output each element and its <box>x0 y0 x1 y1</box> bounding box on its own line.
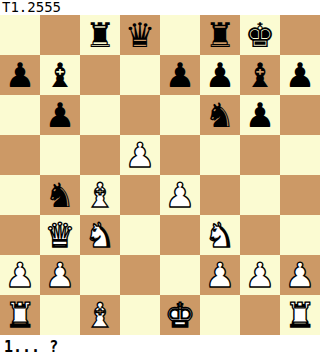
black-bishop-piece: ♝ <box>45 55 75 95</box>
square-e2[interactable] <box>160 255 200 295</box>
square-a7[interactable]: ♟ <box>0 55 40 95</box>
square-b2[interactable]: ♟ <box>40 255 80 295</box>
square-c4[interactable]: ♝ <box>80 175 120 215</box>
square-a1[interactable]: ♜ <box>0 295 40 335</box>
square-c2[interactable] <box>80 255 120 295</box>
white-rook-piece: ♜ <box>285 295 315 335</box>
square-a3[interactable] <box>0 215 40 255</box>
square-f3[interactable]: ♞ <box>200 215 240 255</box>
square-a4[interactable] <box>0 175 40 215</box>
white-knight-piece: ♞ <box>205 215 235 255</box>
square-h3[interactable] <box>280 215 320 255</box>
square-h8[interactable] <box>280 15 320 55</box>
square-d6[interactable] <box>120 95 160 135</box>
black-queen-piece: ♛ <box>125 15 155 55</box>
square-b5[interactable] <box>40 135 80 175</box>
square-b6[interactable]: ♟ <box>40 95 80 135</box>
move-prompt: 1... ? <box>0 335 320 360</box>
square-a2[interactable]: ♟ <box>0 255 40 295</box>
square-b4[interactable]: ♞ <box>40 175 80 215</box>
white-pawn-piece: ♟ <box>285 255 315 295</box>
square-f4[interactable] <box>200 175 240 215</box>
puzzle-title: T1.2555 <box>0 0 320 15</box>
white-king-piece: ♚ <box>165 295 195 335</box>
white-pawn-piece: ♟ <box>165 175 195 215</box>
square-d2[interactable] <box>120 255 160 295</box>
black-pawn-piece: ♟ <box>245 95 275 135</box>
square-a6[interactable] <box>0 95 40 135</box>
square-f1[interactable] <box>200 295 240 335</box>
black-pawn-piece: ♟ <box>285 55 315 95</box>
white-pawn-piece: ♟ <box>125 135 155 175</box>
square-e4[interactable]: ♟ <box>160 175 200 215</box>
square-e1[interactable]: ♚ <box>160 295 200 335</box>
white-pawn-piece: ♟ <box>45 255 75 295</box>
white-bishop-piece: ♝ <box>85 295 115 335</box>
black-pawn-piece: ♟ <box>205 55 235 95</box>
white-knight-piece: ♞ <box>85 215 115 255</box>
square-d8[interactable]: ♛ <box>120 15 160 55</box>
square-d4[interactable] <box>120 175 160 215</box>
square-d5[interactable]: ♟ <box>120 135 160 175</box>
square-c1[interactable]: ♝ <box>80 295 120 335</box>
square-f2[interactable]: ♟ <box>200 255 240 295</box>
square-h7[interactable]: ♟ <box>280 55 320 95</box>
black-pawn-piece: ♟ <box>45 95 75 135</box>
square-f5[interactable] <box>200 135 240 175</box>
square-e5[interactable] <box>160 135 200 175</box>
white-pawn-piece: ♟ <box>205 255 235 295</box>
square-g1[interactable] <box>240 295 280 335</box>
square-b7[interactable]: ♝ <box>40 55 80 95</box>
square-b1[interactable] <box>40 295 80 335</box>
square-b8[interactable] <box>40 15 80 55</box>
square-c3[interactable]: ♞ <box>80 215 120 255</box>
square-g5[interactable] <box>240 135 280 175</box>
black-rook-piece: ♜ <box>205 15 235 55</box>
black-knight-piece: ♞ <box>205 95 235 135</box>
square-d1[interactable] <box>120 295 160 335</box>
square-a5[interactable] <box>0 135 40 175</box>
black-bishop-piece: ♝ <box>245 55 275 95</box>
white-pawn-piece: ♟ <box>5 255 35 295</box>
square-h1[interactable]: ♜ <box>280 295 320 335</box>
square-f6[interactable]: ♞ <box>200 95 240 135</box>
white-bishop-piece: ♝ <box>85 175 115 215</box>
square-e8[interactable] <box>160 15 200 55</box>
black-king-piece: ♚ <box>245 15 275 55</box>
square-e3[interactable] <box>160 215 200 255</box>
square-g3[interactable] <box>240 215 280 255</box>
square-g7[interactable]: ♝ <box>240 55 280 95</box>
white-queen-piece: ♛ <box>45 215 75 255</box>
square-h2[interactable]: ♟ <box>280 255 320 295</box>
square-d3[interactable] <box>120 215 160 255</box>
square-g4[interactable] <box>240 175 280 215</box>
square-g2[interactable]: ♟ <box>240 255 280 295</box>
chess-board: ♜♛♜♚♟♝♟♟♝♟♟♞♟♟♞♝♟♛♞♞♟♟♟♟♟♜♝♚♜ <box>0 15 320 335</box>
square-h6[interactable] <box>280 95 320 135</box>
white-pawn-piece: ♟ <box>245 255 275 295</box>
square-f7[interactable]: ♟ <box>200 55 240 95</box>
square-h4[interactable] <box>280 175 320 215</box>
square-d7[interactable] <box>120 55 160 95</box>
square-g8[interactable]: ♚ <box>240 15 280 55</box>
square-e7[interactable]: ♟ <box>160 55 200 95</box>
white-rook-piece: ♜ <box>5 295 35 335</box>
black-pawn-piece: ♟ <box>5 55 35 95</box>
square-f8[interactable]: ♜ <box>200 15 240 55</box>
black-rook-piece: ♜ <box>85 15 115 55</box>
black-pawn-piece: ♟ <box>165 55 195 95</box>
square-b3[interactable]: ♛ <box>40 215 80 255</box>
square-c5[interactable] <box>80 135 120 175</box>
square-e6[interactable] <box>160 95 200 135</box>
square-g6[interactable]: ♟ <box>240 95 280 135</box>
square-c6[interactable] <box>80 95 120 135</box>
black-knight-piece: ♞ <box>45 175 75 215</box>
square-h5[interactable] <box>280 135 320 175</box>
square-c7[interactable] <box>80 55 120 95</box>
square-a8[interactable] <box>0 15 40 55</box>
square-c8[interactable]: ♜ <box>80 15 120 55</box>
